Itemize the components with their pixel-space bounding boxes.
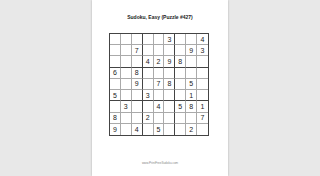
cell-r4c9-empty (197, 68, 208, 79)
cell-r2c1-empty (110, 45, 121, 56)
cell-r2c9-given: 3 (197, 45, 208, 56)
cell-r6c2-empty (121, 90, 132, 101)
cell-r5c1-empty (110, 79, 121, 90)
cell-r2c4-empty (143, 45, 154, 56)
cell-r1c1-empty (110, 34, 121, 45)
cell-r7c5-given: 4 (154, 101, 165, 112)
cell-r1c4-empty (143, 34, 154, 45)
cell-r4c7-empty (175, 68, 186, 79)
cell-r9c6-empty (164, 124, 175, 135)
cell-r7c7-given: 5 (175, 101, 186, 112)
cell-r3c6-given: 9 (164, 56, 175, 67)
cell-r5c4-empty (143, 79, 154, 90)
footer-url: www.PrintFreeSudoku.com (92, 161, 228, 165)
cell-r6c6-empty (164, 90, 175, 101)
cell-r5c7-empty (175, 79, 186, 90)
cell-r8c1-given: 8 (110, 113, 121, 124)
cell-r5c5-given: 7 (154, 79, 165, 90)
cell-r2c7-empty (175, 45, 186, 56)
cell-r1c2-empty (121, 34, 132, 45)
cell-r4c6-empty (164, 68, 175, 79)
cell-r3c5-given: 2 (154, 56, 165, 67)
cell-r9c1-given: 9 (110, 124, 121, 135)
cell-r1c7-empty (175, 34, 186, 45)
cell-r8c7-empty (175, 113, 186, 124)
sudoku-board: 347934298689785531345818279452 (109, 33, 209, 136)
cell-r2c5-empty (154, 45, 165, 56)
cell-r6c7-empty (175, 90, 186, 101)
cell-r3c4-given: 4 (143, 56, 154, 67)
cell-r8c4-given: 2 (143, 113, 154, 124)
cell-r6c5-empty (154, 90, 165, 101)
cell-r7c6-empty (164, 101, 175, 112)
cell-r1c3-empty (132, 34, 143, 45)
cell-r8c3-empty (132, 113, 143, 124)
cell-r1c5-empty (154, 34, 165, 45)
cell-r3c7-given: 8 (175, 56, 186, 67)
cell-r4c4-empty (143, 68, 154, 79)
cell-r8c9-given: 7 (197, 113, 208, 124)
cell-r6c3-empty (132, 90, 143, 101)
cell-r4c8-empty (186, 68, 197, 79)
cell-r7c4-empty (143, 101, 154, 112)
cell-r6c1-given: 5 (110, 90, 121, 101)
cell-r7c3-empty (132, 101, 143, 112)
cell-r9c3-given: 4 (132, 124, 143, 135)
cell-r5c8-given: 5 (186, 79, 197, 90)
cell-r4c1-given: 6 (110, 68, 121, 79)
cell-r7c1-empty (110, 101, 121, 112)
cell-r9c5-given: 5 (154, 124, 165, 135)
cell-r5c9-empty (197, 79, 208, 90)
cell-r9c4-empty (143, 124, 154, 135)
cell-r5c6-given: 8 (164, 79, 175, 90)
cell-r6c8-given: 1 (186, 90, 197, 101)
cell-r7c2-given: 3 (121, 101, 132, 112)
puzzle-title: Sudoku, Easy (Puzzle #427) (92, 14, 228, 20)
cell-r9c7-empty (175, 124, 186, 135)
cell-r2c2-empty (121, 45, 132, 56)
cell-r9c2-empty (121, 124, 132, 135)
cell-r3c8-empty (186, 56, 197, 67)
cell-r3c2-empty (121, 56, 132, 67)
cell-r8c2-empty (121, 113, 132, 124)
cell-r4c2-empty (121, 68, 132, 79)
cell-r6c4-given: 3 (143, 90, 154, 101)
cell-r3c1-empty (110, 56, 121, 67)
cell-r4c5-empty (154, 68, 165, 79)
cell-r8c6-empty (164, 113, 175, 124)
cell-r2c6-empty (164, 45, 175, 56)
cell-r9c9-empty (197, 124, 208, 135)
cell-r7c9-given: 1 (197, 101, 208, 112)
cell-r2c8-given: 9 (186, 45, 197, 56)
cell-r3c3-empty (132, 56, 143, 67)
cell-r6c9-empty (197, 90, 208, 101)
cell-r8c8-empty (186, 113, 197, 124)
cell-r5c2-empty (121, 79, 132, 90)
cell-r1c8-empty (186, 34, 197, 45)
cell-r4c3-given: 8 (132, 68, 143, 79)
sudoku-sheet: Sudoku, Easy (Puzzle #427) 3479342986897… (92, 0, 228, 176)
cell-r3c9-empty (197, 56, 208, 67)
cell-r1c6-given: 3 (164, 34, 175, 45)
cell-r2c3-given: 7 (132, 45, 143, 56)
cell-r5c3-given: 9 (132, 79, 143, 90)
cell-r9c8-given: 2 (186, 124, 197, 135)
cell-r8c5-empty (154, 113, 165, 124)
cell-r1c9-given: 4 (197, 34, 208, 45)
cell-r7c8-given: 8 (186, 101, 197, 112)
